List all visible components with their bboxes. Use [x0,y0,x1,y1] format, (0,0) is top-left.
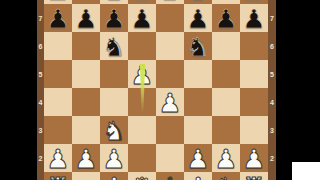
square-f7[interactable]: ♟ [184,4,212,32]
overlay-white-box [292,162,320,180]
square-h2[interactable]: ♟ [240,144,268,172]
square-h1[interactable]: ♜ [240,172,268,180]
square-c1[interactable]: ♝ [100,172,128,180]
square-b6[interactable] [72,32,100,60]
piece-black-pawn-f7[interactable]: ♟ [186,5,209,33]
square-h5[interactable] [240,60,268,88]
square-g6[interactable] [212,32,240,60]
square-g7[interactable]: ♟ [212,4,240,32]
piece-black-pawn-b7[interactable]: ♟ [74,5,97,33]
piece-black-pawn-c7[interactable]: ♟ [102,5,125,33]
square-g4[interactable] [212,88,240,116]
square-a7[interactable]: ♟ [44,4,72,32]
square-f3[interactable] [184,116,212,144]
square-b2[interactable]: ♟ [72,144,100,172]
square-h4[interactable] [240,88,268,116]
piece-black-knight-f6[interactable]: ♞ [186,33,209,61]
square-f6[interactable]: ♞ [184,32,212,60]
square-f1[interactable]: ♝ [184,172,212,180]
piece-white-pawn-a2[interactable]: ♟ [46,145,69,173]
video-frame: ♜♝♛♚♝♜♟♟♟♟♟♟♟♞♞♟♟♞♟♟♟♟♟♟♜♝♛♚♝♞♜ 77665544… [0,0,320,180]
square-a4[interactable] [44,88,72,116]
square-a1[interactable]: ♜ [44,172,72,180]
square-e3[interactable] [156,116,184,144]
piece-white-rook-a1[interactable]: ♜ [46,173,69,180]
rank-label-2-left: 2 [39,155,43,162]
rank-label-4-left: 4 [39,99,43,106]
square-d2[interactable] [128,144,156,172]
piece-white-pawn-e4[interactable]: ♟ [158,89,181,117]
rank-label-7-left: 7 [39,15,43,22]
piece-white-pawn-g2[interactable]: ♟ [214,145,237,173]
square-e6[interactable] [156,32,184,60]
rank-label-2-right: 2 [270,155,274,162]
square-e4[interactable]: ♟ [156,88,184,116]
square-a2[interactable]: ♟ [44,144,72,172]
piece-white-bishop-f1[interactable]: ♝ [186,173,209,180]
piece-black-pawn-d7[interactable]: ♟ [130,5,153,33]
square-b4[interactable] [72,88,100,116]
letterbox-right [276,0,320,180]
rank-label-3-right: 3 [270,127,274,134]
square-b7[interactable]: ♟ [72,4,100,32]
square-d7[interactable]: ♟ [128,4,156,32]
piece-white-bishop-c1[interactable]: ♝ [102,173,125,180]
square-e2[interactable] [156,144,184,172]
square-h6[interactable] [240,32,268,60]
piece-white-pawn-f2[interactable]: ♟ [186,145,209,173]
piece-white-knight-g1[interactable]: ♞ [214,173,237,180]
square-c5[interactable] [100,60,128,88]
piece-white-pawn-c2[interactable]: ♟ [102,145,125,173]
square-g1[interactable]: ♞ [212,172,240,180]
square-h7[interactable]: ♟ [240,4,268,32]
piece-black-king-e8[interactable]: ♚ [158,0,181,5]
square-d6[interactable] [128,32,156,60]
square-e1[interactable]: ♚ [156,172,184,180]
square-b3[interactable] [72,116,100,144]
square-a5[interactable] [44,60,72,88]
piece-black-pawn-h7[interactable]: ♟ [242,5,265,33]
letterbox-left [0,0,37,180]
square-f5[interactable] [184,60,212,88]
piece-white-knight-c3[interactable]: ♞ [102,117,125,145]
square-f2[interactable]: ♟ [184,144,212,172]
square-c4[interactable] [100,88,128,116]
square-g3[interactable] [212,116,240,144]
square-a3[interactable] [44,116,72,144]
square-e8[interactable]: ♚ [156,0,184,4]
rank-label-5-left: 5 [39,71,43,78]
square-f4[interactable] [184,88,212,116]
piece-white-queen-d1[interactable]: ♛ [130,173,153,180]
square-e7[interactable] [156,4,184,32]
piece-white-pawn-h2[interactable]: ♟ [242,145,265,173]
piece-black-pawn-g7[interactable]: ♟ [214,5,237,33]
piece-black-pawn-a7[interactable]: ♟ [46,5,69,33]
piece-black-knight-c6[interactable]: ♞ [102,33,125,61]
piece-white-king-e1[interactable]: ♚ [158,173,181,180]
square-c7[interactable]: ♟ [100,4,128,32]
square-h3[interactable] [240,116,268,144]
square-c2[interactable]: ♟ [100,144,128,172]
square-c3[interactable]: ♞ [100,116,128,144]
piece-white-pawn-b2[interactable]: ♟ [74,145,97,173]
chess-board[interactable]: ♜♝♛♚♝♜♟♟♟♟♟♟♟♞♞♟♟♞♟♟♟♟♟♟♜♝♛♚♝♞♜ [44,0,268,180]
rank-label-6-right: 6 [270,43,274,50]
rank-label-3-left: 3 [39,127,43,134]
square-g2[interactable]: ♟ [212,144,240,172]
square-e5[interactable] [156,60,184,88]
board-frame-right [268,0,276,180]
rank-label-7-right: 7 [270,15,274,22]
square-c6[interactable]: ♞ [100,32,128,60]
square-g5[interactable] [212,60,240,88]
square-d1[interactable]: ♛ [128,172,156,180]
rank-label-6-left: 6 [39,43,43,50]
square-d3[interactable] [128,116,156,144]
square-b5[interactable] [72,60,100,88]
piece-white-rook-h1[interactable]: ♜ [242,173,265,180]
board-frame-left [37,0,44,180]
square-a6[interactable] [44,32,72,60]
rank-label-5-right: 5 [270,71,274,78]
rank-label-4-right: 4 [270,99,274,106]
